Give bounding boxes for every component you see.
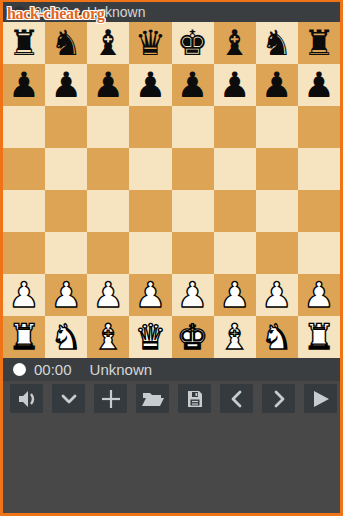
square-h4[interactable] bbox=[298, 190, 340, 232]
app-window: hack-cheat.org 00:00 Unknown ♜♞♝♛♚♝♞♜♟♟♟… bbox=[0, 0, 343, 516]
white-pawn: ♟ bbox=[45, 274, 87, 316]
square-e8[interactable]: ♚ bbox=[172, 22, 214, 64]
square-a7[interactable]: ♟ bbox=[3, 64, 45, 106]
square-f4[interactable] bbox=[214, 190, 256, 232]
white-rook: ♜ bbox=[298, 316, 340, 358]
square-e6[interactable] bbox=[172, 106, 214, 148]
plus-icon bbox=[100, 388, 122, 410]
play-icon bbox=[310, 389, 332, 409]
square-c1[interactable]: ♝ bbox=[87, 316, 129, 358]
square-b5[interactable] bbox=[45, 148, 87, 190]
square-h5[interactable] bbox=[298, 148, 340, 190]
white-pawn: ♟ bbox=[87, 274, 129, 316]
square-g3[interactable] bbox=[256, 232, 298, 274]
square-e2[interactable]: ♟ bbox=[172, 274, 214, 316]
square-f6[interactable] bbox=[214, 106, 256, 148]
chevron-right-icon bbox=[269, 389, 289, 409]
square-d7[interactable]: ♟ bbox=[129, 64, 171, 106]
black-pawn: ♟ bbox=[256, 64, 298, 106]
square-d5[interactable] bbox=[129, 148, 171, 190]
speaker-icon bbox=[16, 389, 38, 409]
square-d4[interactable] bbox=[129, 190, 171, 232]
black-pawn: ♟ bbox=[87, 64, 129, 106]
white-pawn: ♟ bbox=[298, 274, 340, 316]
square-f5[interactable] bbox=[214, 148, 256, 190]
square-c6[interactable] bbox=[87, 106, 129, 148]
previous-move-button[interactable] bbox=[220, 384, 253, 413]
square-c5[interactable] bbox=[87, 148, 129, 190]
white-pawn: ♟ bbox=[256, 274, 298, 316]
white-queen: ♛ bbox=[129, 316, 171, 358]
square-b7[interactable]: ♟ bbox=[45, 64, 87, 106]
square-c7[interactable]: ♟ bbox=[87, 64, 129, 106]
square-d2[interactable]: ♟ bbox=[129, 274, 171, 316]
white-bishop: ♝ bbox=[87, 316, 129, 358]
square-a1[interactable]: ♜ bbox=[3, 316, 45, 358]
square-f1[interactable]: ♝ bbox=[214, 316, 256, 358]
square-h1[interactable]: ♜ bbox=[298, 316, 340, 358]
white-pawn: ♟ bbox=[3, 274, 45, 316]
square-a8[interactable]: ♜ bbox=[3, 22, 45, 64]
square-g8[interactable]: ♞ bbox=[256, 22, 298, 64]
square-f8[interactable]: ♝ bbox=[214, 22, 256, 64]
black-bishop: ♝ bbox=[87, 22, 129, 64]
square-f7[interactable]: ♟ bbox=[214, 64, 256, 106]
black-rook: ♜ bbox=[3, 22, 45, 64]
square-d1[interactable]: ♛ bbox=[129, 316, 171, 358]
black-knight: ♞ bbox=[45, 22, 87, 64]
square-a3[interactable] bbox=[3, 232, 45, 274]
control-panel bbox=[3, 381, 340, 513]
black-rook: ♜ bbox=[298, 22, 340, 64]
square-c8[interactable]: ♝ bbox=[87, 22, 129, 64]
white-knight: ♞ bbox=[45, 316, 87, 358]
white-clock: 00:00 bbox=[34, 361, 72, 378]
square-g1[interactable]: ♞ bbox=[256, 316, 298, 358]
square-d6[interactable] bbox=[129, 106, 171, 148]
white-rook: ♜ bbox=[3, 316, 45, 358]
square-h2[interactable]: ♟ bbox=[298, 274, 340, 316]
square-e7[interactable]: ♟ bbox=[172, 64, 214, 106]
square-d3[interactable] bbox=[129, 232, 171, 274]
dropdown-button[interactable] bbox=[52, 384, 85, 413]
white-knight: ♞ bbox=[256, 316, 298, 358]
square-d8[interactable]: ♛ bbox=[129, 22, 171, 64]
square-h6[interactable] bbox=[298, 106, 340, 148]
white-status-bar: 00:00 Unknown bbox=[3, 358, 340, 381]
square-g7[interactable]: ♟ bbox=[256, 64, 298, 106]
square-g5[interactable] bbox=[256, 148, 298, 190]
square-f3[interactable] bbox=[214, 232, 256, 274]
square-h3[interactable] bbox=[298, 232, 340, 274]
square-b1[interactable]: ♞ bbox=[45, 316, 87, 358]
white-pawn: ♟ bbox=[214, 274, 256, 316]
black-king: ♚ bbox=[172, 22, 214, 64]
volume-button[interactable] bbox=[10, 384, 43, 413]
square-a4[interactable] bbox=[3, 190, 45, 232]
next-move-button[interactable] bbox=[262, 384, 295, 413]
square-h8[interactable]: ♜ bbox=[298, 22, 340, 64]
square-g4[interactable] bbox=[256, 190, 298, 232]
white-player-indicator bbox=[13, 363, 26, 376]
black-player-name: Unknown bbox=[87, 4, 145, 20]
black-pawn: ♟ bbox=[214, 64, 256, 106]
chess-board[interactable]: ♜♞♝♛♚♝♞♜♟♟♟♟♟♟♟♟♟♟♟♟♟♟♟♟♜♞♝♛♚♝♞♜ bbox=[3, 22, 340, 358]
square-e4[interactable] bbox=[172, 190, 214, 232]
white-king: ♚ bbox=[172, 316, 214, 358]
toolbar bbox=[3, 381, 340, 413]
square-g2[interactable]: ♟ bbox=[256, 274, 298, 316]
play-button[interactable] bbox=[304, 384, 337, 413]
black-queen: ♛ bbox=[129, 22, 171, 64]
square-g6[interactable] bbox=[256, 106, 298, 148]
save-game-button[interactable] bbox=[178, 384, 211, 413]
square-f2[interactable]: ♟ bbox=[214, 274, 256, 316]
square-a2[interactable]: ♟ bbox=[3, 274, 45, 316]
square-e3[interactable] bbox=[172, 232, 214, 274]
folder-open-icon bbox=[141, 389, 165, 409]
square-c2[interactable]: ♟ bbox=[87, 274, 129, 316]
black-knight: ♞ bbox=[256, 22, 298, 64]
square-h7[interactable]: ♟ bbox=[298, 64, 340, 106]
black-player-indicator bbox=[13, 6, 26, 19]
white-bishop: ♝ bbox=[214, 316, 256, 358]
chevron-left-icon bbox=[227, 389, 247, 409]
black-status-bar: 00:00 Unknown bbox=[3, 2, 340, 22]
new-game-button[interactable] bbox=[94, 384, 127, 413]
black-pawn: ♟ bbox=[3, 64, 45, 106]
square-b4[interactable] bbox=[45, 190, 87, 232]
square-b2[interactable]: ♟ bbox=[45, 274, 87, 316]
square-e5[interactable] bbox=[172, 148, 214, 190]
floppy-disk-icon bbox=[185, 389, 205, 409]
square-c4[interactable] bbox=[87, 190, 129, 232]
square-b6[interactable] bbox=[45, 106, 87, 148]
square-c3[interactable] bbox=[87, 232, 129, 274]
black-clock: 00:00 bbox=[34, 4, 69, 20]
black-pawn: ♟ bbox=[298, 64, 340, 106]
black-pawn: ♟ bbox=[129, 64, 171, 106]
black-bishop: ♝ bbox=[214, 22, 256, 64]
black-pawn: ♟ bbox=[172, 64, 214, 106]
chevron-down-icon bbox=[59, 389, 79, 409]
black-pawn: ♟ bbox=[45, 64, 87, 106]
white-player-name: Unknown bbox=[90, 361, 153, 378]
square-b3[interactable] bbox=[45, 232, 87, 274]
white-pawn: ♟ bbox=[129, 274, 171, 316]
square-b8[interactable]: ♞ bbox=[45, 22, 87, 64]
white-pawn: ♟ bbox=[172, 274, 214, 316]
square-a6[interactable] bbox=[3, 106, 45, 148]
square-a5[interactable] bbox=[3, 148, 45, 190]
square-e1[interactable]: ♚ bbox=[172, 316, 214, 358]
open-game-button[interactable] bbox=[136, 384, 169, 413]
